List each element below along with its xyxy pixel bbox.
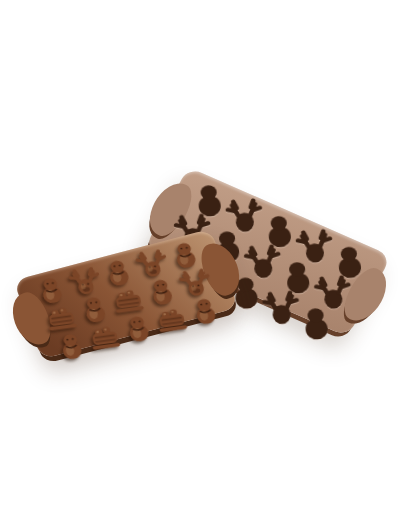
- chocolate-reindeer: [133, 248, 170, 280]
- front-mold: [13, 229, 238, 360]
- chocolate-reindeer: [66, 265, 103, 297]
- penguin-shape-icon: [186, 294, 224, 327]
- chocolate-penguin: [100, 257, 137, 289]
- chocolate-penguin: [120, 312, 157, 344]
- product-photo: [0, 0, 400, 520]
- reindeer-shape-icon: [176, 266, 214, 299]
- sled-shape-icon: [109, 284, 147, 317]
- sled-shape-icon: [153, 303, 191, 336]
- penguin-shape-icon: [166, 238, 204, 271]
- penguin-shape-icon: [295, 304, 338, 343]
- penguin-shape-icon: [32, 274, 70, 307]
- chocolate-penguin: [143, 276, 180, 308]
- sled-shape-icon: [42, 302, 80, 335]
- cavity-penguin: [293, 303, 338, 344]
- chocolate-sled: [110, 284, 147, 316]
- chocolate-sled: [153, 304, 190, 336]
- chocolate-sled: [86, 321, 123, 353]
- front-mold-chocolate-grid: [33, 239, 220, 349]
- chocolate-penguin: [53, 330, 90, 362]
- penguin-shape-icon: [119, 312, 157, 345]
- reindeer-shape-icon: [66, 265, 104, 298]
- chocolate-penguin: [167, 239, 204, 271]
- sled-shape-icon: [86, 321, 124, 354]
- penguin-shape-icon: [143, 275, 181, 308]
- chocolate-penguin: [76, 293, 113, 325]
- penguin-shape-icon: [76, 293, 114, 326]
- reindeer-shape-icon: [133, 247, 171, 280]
- chocolate-penguin: [33, 274, 70, 306]
- penguin-shape-icon: [99, 256, 137, 289]
- penguin-shape-icon: [52, 330, 90, 363]
- chocolate-sled: [43, 302, 80, 334]
- chocolate-reindeer: [177, 267, 214, 299]
- chocolate-penguin: [186, 295, 223, 327]
